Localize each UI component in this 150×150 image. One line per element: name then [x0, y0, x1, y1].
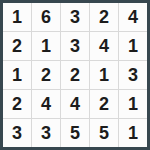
cell-r1c5[interactable]: 4 [119, 3, 147, 31]
cell-r4c5[interactable]: 1 [119, 90, 147, 118]
cell-r2c5[interactable]: 1 [119, 32, 147, 60]
cell-r2c3[interactable]: 3 [61, 32, 89, 60]
cell-r1c1[interactable]: 1 [3, 3, 31, 31]
cell-r2c1[interactable]: 2 [3, 32, 31, 60]
cell-r2c2[interactable]: 1 [32, 32, 60, 60]
cell-r5c5[interactable]: 1 [119, 119, 147, 147]
cell-r3c5[interactable]: 3 [119, 61, 147, 89]
cell-r3c2[interactable]: 2 [32, 61, 60, 89]
cell-r4c4[interactable]: 2 [90, 90, 118, 118]
cell-r3c3[interactable]: 2 [61, 61, 89, 89]
cell-r5c3[interactable]: 5 [61, 119, 89, 147]
cell-r4c2[interactable]: 4 [32, 90, 60, 118]
cell-r3c4[interactable]: 1 [90, 61, 118, 89]
cell-r4c3[interactable]: 4 [61, 90, 89, 118]
cell-r3c1[interactable]: 1 [3, 61, 31, 89]
hitori-board: 1632421341122132442133551 [0, 0, 150, 150]
cell-r1c3[interactable]: 3 [61, 3, 89, 31]
cell-r1c4[interactable]: 2 [90, 3, 118, 31]
cell-r5c4[interactable]: 5 [90, 119, 118, 147]
cell-r5c2[interactable]: 3 [32, 119, 60, 147]
cell-r5c1[interactable]: 3 [3, 119, 31, 147]
cell-r1c2[interactable]: 6 [32, 3, 60, 31]
cell-r2c4[interactable]: 4 [90, 32, 118, 60]
cell-r4c1[interactable]: 2 [3, 90, 31, 118]
